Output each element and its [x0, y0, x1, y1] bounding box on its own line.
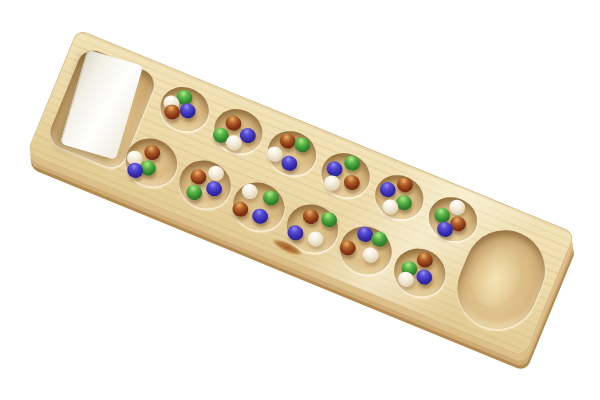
green-stone	[370, 229, 390, 249]
blue-stone	[286, 223, 306, 243]
clear-stone	[305, 229, 325, 249]
pit-south-1[interactable]	[118, 131, 184, 194]
pit-north-5[interactable]	[368, 168, 430, 226]
pit-south-3[interactable]	[226, 175, 292, 238]
green-stone	[342, 153, 362, 173]
green-stone	[184, 182, 204, 202]
amber-stone	[337, 238, 357, 258]
green-stone	[261, 188, 281, 208]
mancala-board	[27, 29, 576, 357]
pit-north-6[interactable]	[422, 190, 484, 248]
pit-north-2[interactable]	[207, 102, 269, 160]
amber-stone	[414, 250, 434, 270]
pit-south-2[interactable]	[172, 153, 238, 216]
blue-stone	[204, 179, 224, 199]
clear-stone	[206, 164, 226, 184]
green-stone	[319, 210, 339, 230]
pit-north-4[interactable]	[315, 146, 377, 204]
clear-stone	[240, 182, 260, 202]
amber-stone	[300, 207, 320, 227]
clear-stone	[361, 245, 381, 265]
blue-stone	[250, 206, 270, 226]
pit-south-5[interactable]	[333, 219, 399, 282]
amber-stone	[395, 175, 415, 195]
blue-stone	[414, 267, 434, 287]
blue-stone	[377, 180, 397, 200]
amber-stone	[230, 199, 250, 219]
amber-stone	[342, 172, 362, 192]
photo-canvas	[0, 0, 600, 400]
green-stone	[292, 135, 312, 155]
pit-south-6[interactable]	[387, 241, 453, 304]
pit-north-1[interactable]	[154, 80, 216, 138]
pit-north-3[interactable]	[261, 124, 323, 182]
clear-stone	[321, 173, 341, 193]
